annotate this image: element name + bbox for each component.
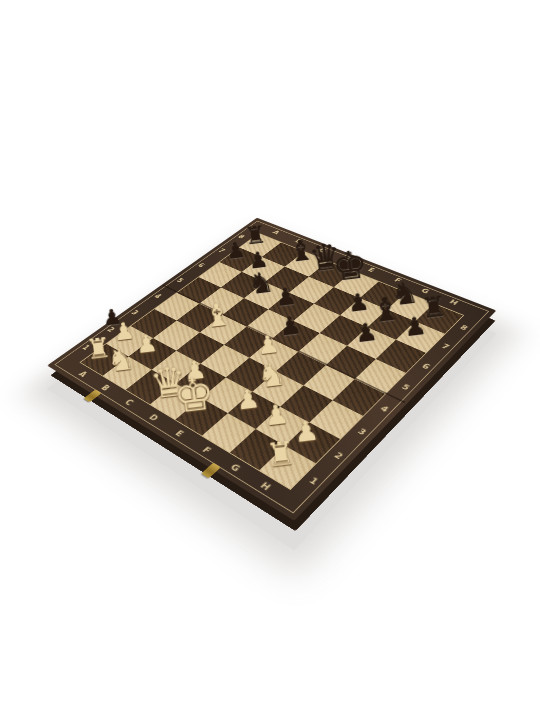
playing-area [79,233,464,490]
board-lean-wrapper: AABBCCDDEEFFGGHH8877665544332211♜♝♛♚♞♜♟♟… [0,0,540,720]
brass-clasp-icon [201,463,221,479]
square-h5 [355,359,406,394]
square-d2 [176,364,226,398]
square-f4 [276,352,326,386]
board: AABBCCDDEEFFGGHH8877665544332211♜♝♛♚♞♜♟♟… [47,218,496,521]
square-g4 [304,365,355,400]
square-f5 [298,333,347,365]
square-g6 [347,327,396,359]
square-h6 [376,340,426,373]
square-h7 [396,321,445,353]
square-g5 [326,346,376,379]
square-h4 [333,379,385,416]
square-e4 [249,339,298,371]
square-e3 [226,358,276,392]
square-f2 [228,392,280,429]
square-c2 [152,351,201,384]
product-photo-canvas: AABBCCDDEEFFGGHH8877665544332211♜♝♛♚♞♜♟♟… [0,0,540,720]
square-g3 [280,385,332,422]
square-d3 [201,345,250,378]
square-g2 [256,407,310,446]
square-f3 [252,371,303,406]
square-e2 [201,377,252,413]
